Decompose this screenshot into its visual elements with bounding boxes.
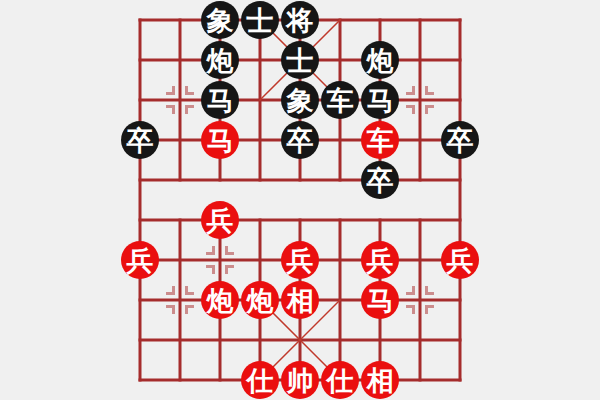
point-marker — [166, 86, 175, 95]
piece-black-cannon[interactable]: 炮 — [361, 41, 399, 79]
point-marker — [425, 86, 434, 95]
point-marker — [166, 105, 175, 114]
piece-red-chariot[interactable]: 车 — [361, 121, 399, 159]
piece-black-horse[interactable]: 马 — [201, 81, 239, 119]
point-marker — [166, 286, 175, 295]
piece-red-soldier[interactable]: 兵 — [441, 241, 479, 279]
piece-red-horse[interactable]: 马 — [201, 121, 239, 159]
piece-black-elephant[interactable]: 象 — [201, 1, 239, 39]
point-marker — [225, 265, 234, 274]
xiangqi-board: 象士将炮士炮马象车马卒马卒车卒卒兵兵兵兵兵炮炮相马仕帅仕相 — [0, 0, 600, 400]
piece-black-chariot[interactable]: 车 — [321, 81, 359, 119]
piece-red-elephant[interactable]: 相 — [361, 361, 399, 399]
piece-red-advisor[interactable]: 仕 — [241, 361, 279, 399]
point-marker — [406, 305, 415, 314]
piece-black-elephant[interactable]: 象 — [281, 81, 319, 119]
piece-black-soldier[interactable]: 卒 — [361, 161, 399, 199]
piece-red-soldier[interactable]: 兵 — [201, 201, 239, 239]
piece-red-cannon[interactable]: 炮 — [201, 281, 239, 319]
piece-red-cannon[interactable]: 炮 — [241, 281, 279, 319]
point-marker — [225, 246, 234, 255]
piece-black-cannon[interactable]: 炮 — [201, 41, 239, 79]
xiangqi-screen: 象士将炮士炮马象车马卒马卒车卒卒兵兵兵兵兵炮炮相马仕帅仕相 — [0, 0, 600, 400]
piece-black-advisor[interactable]: 士 — [281, 41, 319, 79]
point-marker — [206, 265, 215, 274]
piece-red-soldier[interactable]: 兵 — [361, 241, 399, 279]
piece-red-general[interactable]: 帅 — [281, 361, 319, 399]
point-marker — [425, 286, 434, 295]
point-marker — [206, 246, 215, 255]
piece-red-soldier[interactable]: 兵 — [281, 241, 319, 279]
point-marker — [406, 105, 415, 114]
piece-red-elephant[interactable]: 相 — [281, 281, 319, 319]
piece-black-general[interactable]: 将 — [281, 1, 319, 39]
point-marker — [425, 305, 434, 314]
piece-black-soldier[interactable]: 卒 — [441, 121, 479, 159]
piece-red-horse[interactable]: 马 — [361, 281, 399, 319]
piece-black-advisor[interactable]: 士 — [241, 1, 279, 39]
point-marker — [185, 86, 194, 95]
point-marker — [406, 86, 415, 95]
piece-red-soldier[interactable]: 兵 — [121, 241, 159, 279]
point-marker — [185, 305, 194, 314]
point-marker — [166, 305, 175, 314]
piece-black-soldier[interactable]: 卒 — [121, 121, 159, 159]
piece-black-soldier[interactable]: 卒 — [281, 121, 319, 159]
point-marker — [425, 105, 434, 114]
point-marker — [406, 286, 415, 295]
piece-black-horse[interactable]: 马 — [361, 81, 399, 119]
piece-red-advisor[interactable]: 仕 — [321, 361, 359, 399]
point-marker — [185, 286, 194, 295]
point-marker — [185, 105, 194, 114]
